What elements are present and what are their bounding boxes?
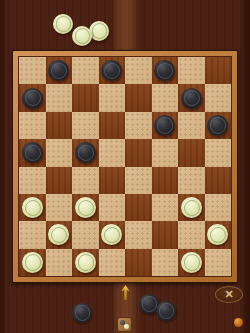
square-r3c5[interactable] <box>125 112 152 139</box>
square-r4c6[interactable] <box>152 139 179 166</box>
square-r1c6[interactable] <box>152 57 179 84</box>
black-checker[interactable] <box>101 60 122 81</box>
square-r5c8[interactable] <box>205 167 232 194</box>
black-checker[interactable] <box>48 60 69 81</box>
square-r7c6[interactable] <box>152 221 179 248</box>
square-r3c2[interactable] <box>46 112 73 139</box>
square-r4c8[interactable] <box>205 139 232 166</box>
black-checker[interactable] <box>154 60 175 81</box>
close-button[interactable]: ✕ <box>215 286 243 303</box>
black-checker[interactable] <box>75 142 96 163</box>
square-r5c6[interactable] <box>152 167 179 194</box>
square-r6c3[interactable] <box>72 194 99 221</box>
square-r3c7[interactable] <box>178 112 205 139</box>
square-r1c4[interactable] <box>99 57 126 84</box>
black-checker[interactable] <box>154 115 175 136</box>
square-r4c3[interactable] <box>72 139 99 166</box>
square-r3c3[interactable] <box>72 112 99 139</box>
square-r1c3[interactable] <box>72 57 99 84</box>
captured-white-checker <box>53 14 73 34</box>
square-r4c4[interactable] <box>99 139 126 166</box>
square-r8c8[interactable] <box>205 249 232 276</box>
square-r1c7[interactable] <box>178 57 205 84</box>
white-checker[interactable] <box>48 224 69 245</box>
square-r2c3[interactable] <box>72 84 99 111</box>
white-checker[interactable] <box>181 252 202 273</box>
white-checker[interactable] <box>207 224 228 245</box>
square-r7c7[interactable] <box>178 221 205 248</box>
white-checker[interactable] <box>181 197 202 218</box>
square-r2c1[interactable] <box>19 84 46 111</box>
light-checker-mini-icon <box>124 324 129 329</box>
square-r4c5[interactable] <box>125 139 152 166</box>
black-checker[interactable] <box>22 88 43 109</box>
game-window: ✕ <box>0 0 250 333</box>
black-checker[interactable] <box>207 115 228 136</box>
square-r2c7[interactable] <box>178 84 205 111</box>
turn-indicator-arrow-icon <box>121 285 130 300</box>
square-r6c4[interactable] <box>99 194 126 221</box>
captured-black-checker <box>72 303 92 323</box>
square-r5c4[interactable] <box>99 167 126 194</box>
square-r8c3[interactable] <box>72 249 99 276</box>
square-r7c8[interactable] <box>205 221 232 248</box>
square-r6c1[interactable] <box>19 194 46 221</box>
white-checker[interactable] <box>101 224 122 245</box>
square-r5c2[interactable] <box>46 167 73 194</box>
square-r4c2[interactable] <box>46 139 73 166</box>
square-r8c5[interactable] <box>125 249 152 276</box>
square-r5c3[interactable] <box>72 167 99 194</box>
square-r3c6[interactable] <box>152 112 179 139</box>
square-r3c4[interactable] <box>99 112 126 139</box>
square-r5c1[interactable] <box>19 167 46 194</box>
square-r8c2[interactable] <box>46 249 73 276</box>
captured-black-checker <box>156 301 176 321</box>
square-r3c8[interactable] <box>205 112 232 139</box>
square-r6c2[interactable] <box>46 194 73 221</box>
square-r6c8[interactable] <box>205 194 232 221</box>
square-r7c3[interactable] <box>72 221 99 248</box>
square-r8c6[interactable] <box>152 249 179 276</box>
square-r1c1[interactable] <box>19 57 46 84</box>
close-icon: ✕ <box>224 289 233 300</box>
square-r8c4[interactable] <box>99 249 126 276</box>
square-r6c5[interactable] <box>125 194 152 221</box>
square-r4c7[interactable] <box>178 139 205 166</box>
square-r2c4[interactable] <box>99 84 126 111</box>
checkers-board[interactable] <box>19 57 231 276</box>
square-r7c1[interactable] <box>19 221 46 248</box>
square-r2c5[interactable] <box>125 84 152 111</box>
square-r5c7[interactable] <box>178 167 205 194</box>
square-r7c2[interactable] <box>46 221 73 248</box>
square-r6c6[interactable] <box>152 194 179 221</box>
square-r4c1[interactable] <box>19 139 46 166</box>
square-r2c6[interactable] <box>152 84 179 111</box>
square-r8c1[interactable] <box>19 249 46 276</box>
white-checker[interactable] <box>75 197 96 218</box>
info-dot-button[interactable] <box>234 318 243 327</box>
square-r1c2[interactable] <box>46 57 73 84</box>
square-r2c2[interactable] <box>46 84 73 111</box>
white-checker[interactable] <box>22 252 43 273</box>
square-r7c5[interactable] <box>125 221 152 248</box>
white-checker[interactable] <box>22 197 43 218</box>
black-checker[interactable] <box>22 142 43 163</box>
board-frame <box>12 50 238 283</box>
square-r2c8[interactable] <box>205 84 232 111</box>
pieces-swap-button[interactable] <box>117 317 132 332</box>
square-r6c7[interactable] <box>178 194 205 221</box>
square-r1c5[interactable] <box>125 57 152 84</box>
white-checker[interactable] <box>75 252 96 273</box>
square-r7c4[interactable] <box>99 221 126 248</box>
captured-white-checker <box>89 21 109 41</box>
square-r1c8[interactable] <box>205 57 232 84</box>
captured-white-checker <box>72 26 92 46</box>
square-r3c1[interactable] <box>19 112 46 139</box>
square-r5c5[interactable] <box>125 167 152 194</box>
square-r8c7[interactable] <box>178 249 205 276</box>
black-checker[interactable] <box>181 88 202 109</box>
